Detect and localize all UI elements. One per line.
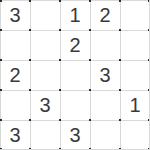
cell-r2c4[interactable] bbox=[90, 30, 120, 60]
cell-r5c1[interactable]: 3 bbox=[0, 120, 30, 150]
cell-r3c4[interactable]: 3 bbox=[90, 60, 120, 90]
clue-number: 2 bbox=[99, 5, 110, 25]
cell-r2c5[interactable] bbox=[120, 30, 150, 60]
cell-r5c2[interactable] bbox=[30, 120, 60, 150]
cell-r4c2[interactable]: 3 bbox=[30, 90, 60, 120]
cell-r4c5[interactable]: 1 bbox=[120, 90, 150, 120]
cell-r1c1[interactable]: 3 bbox=[0, 0, 30, 30]
clue-number: 3 bbox=[9, 5, 20, 25]
clue-number: 2 bbox=[69, 35, 80, 55]
clue-number: 3 bbox=[39, 95, 50, 115]
cell-r5c3[interactable]: 3 bbox=[60, 120, 90, 150]
clue-number: 2 bbox=[9, 65, 20, 85]
cell-r1c2[interactable] bbox=[30, 0, 60, 30]
cell-r3c3[interactable] bbox=[60, 60, 90, 90]
cell-r5c4[interactable] bbox=[90, 120, 120, 150]
cell-grid: 3122233133 bbox=[0, 0, 149, 149]
cell-r2c1[interactable] bbox=[0, 30, 30, 60]
cell-r4c4[interactable] bbox=[90, 90, 120, 120]
slitherlink-board[interactable]: 3122233133 bbox=[0, 0, 150, 150]
cell-r1c3[interactable]: 1 bbox=[60, 0, 90, 30]
clue-number: 1 bbox=[69, 5, 80, 25]
cell-r3c2[interactable] bbox=[30, 60, 60, 90]
clue-number: 3 bbox=[99, 65, 110, 85]
cell-r1c5[interactable] bbox=[120, 0, 150, 30]
cell-r4c1[interactable] bbox=[0, 90, 30, 120]
cell-r2c2[interactable] bbox=[30, 30, 60, 60]
cell-r3c5[interactable] bbox=[120, 60, 150, 90]
clue-number: 1 bbox=[129, 95, 140, 115]
clue-number: 3 bbox=[9, 125, 20, 145]
clue-number: 3 bbox=[69, 125, 80, 145]
cell-r4c3[interactable] bbox=[60, 90, 90, 120]
cell-r3c1[interactable]: 2 bbox=[0, 60, 30, 90]
cell-r5c5[interactable] bbox=[120, 120, 150, 150]
cell-r1c4[interactable]: 2 bbox=[90, 0, 120, 30]
cell-r2c3[interactable]: 2 bbox=[60, 30, 90, 60]
